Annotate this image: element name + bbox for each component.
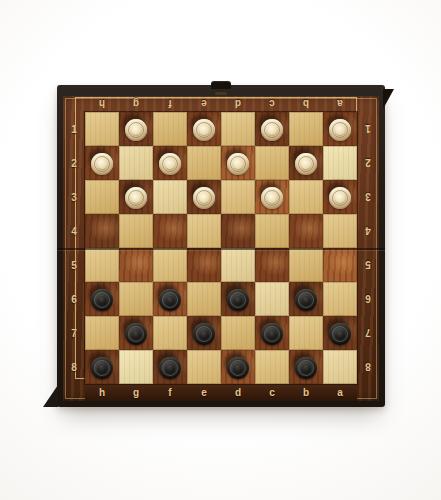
square-a5[interactable]	[323, 248, 357, 282]
square-a4[interactable]	[323, 214, 357, 248]
file-label-bottom-f: f	[153, 384, 187, 401]
rank-label-left-3: 3	[63, 180, 85, 214]
square-d8[interactable]	[221, 350, 255, 384]
file-label-bottom-e: e	[187, 384, 221, 401]
file-label-top-a: a	[323, 96, 357, 112]
black-checker-b8[interactable]	[295, 357, 317, 379]
rank-label-right-5: 5	[357, 248, 379, 282]
white-checker-b2[interactable]	[295, 153, 317, 175]
white-checker-h2[interactable]	[91, 153, 113, 175]
rank-label-left-5: 5	[63, 248, 85, 282]
square-e1[interactable]	[187, 112, 221, 146]
rank-label-right-1: 1	[357, 112, 379, 146]
square-f6[interactable]	[153, 282, 187, 316]
square-e5[interactable]	[187, 248, 221, 282]
rank-label-left-8: 8	[63, 350, 85, 384]
file-label-top-f: f	[153, 96, 187, 112]
rank-label-left-1: 1	[63, 112, 85, 146]
rank-label-left-7: 7	[63, 316, 85, 350]
square-f3[interactable]	[153, 180, 187, 214]
square-a7[interactable]	[323, 316, 357, 350]
square-b7[interactable]	[289, 316, 323, 350]
file-label-bottom-g: g	[119, 384, 153, 401]
file-label-top-b: b	[289, 96, 323, 112]
square-g5[interactable]	[119, 248, 153, 282]
square-g7[interactable]	[119, 316, 153, 350]
square-b2[interactable]	[289, 146, 323, 180]
white-checker-f2[interactable]	[159, 153, 181, 175]
white-checker-d2[interactable]	[227, 153, 249, 175]
white-checker-c3[interactable]	[261, 187, 283, 209]
square-f5[interactable]	[153, 248, 187, 282]
file-label-bottom-d: d	[221, 384, 255, 401]
square-b6[interactable]	[289, 282, 323, 316]
black-checker-d8[interactable]	[227, 357, 249, 379]
black-checker-e7[interactable]	[193, 323, 215, 345]
black-checker-d6[interactable]	[227, 289, 249, 311]
square-e8[interactable]	[187, 350, 221, 384]
square-h1[interactable]	[85, 112, 119, 146]
black-checker-a7[interactable]	[329, 323, 351, 345]
square-d2[interactable]	[221, 146, 255, 180]
rank-labels-right: 12345678	[357, 112, 379, 384]
black-checker-b6[interactable]	[295, 289, 317, 311]
white-checker-a3[interactable]	[329, 187, 351, 209]
square-h5[interactable]	[85, 248, 119, 282]
board-clasp-hinge-icon	[215, 92, 227, 95]
board-clasp	[211, 81, 231, 89]
rank-labels-left: 12345678	[63, 112, 85, 384]
square-f7[interactable]	[153, 316, 187, 350]
square-e2[interactable]	[187, 146, 221, 180]
rank-label-left-6: 6	[63, 282, 85, 316]
black-checker-h8[interactable]	[91, 357, 113, 379]
square-c3[interactable]	[255, 180, 289, 214]
white-checker-c1[interactable]	[261, 119, 283, 141]
square-b5[interactable]	[289, 248, 323, 282]
square-f1[interactable]	[153, 112, 187, 146]
square-c2[interactable]	[255, 146, 289, 180]
square-a3[interactable]	[323, 180, 357, 214]
square-g8[interactable]	[119, 350, 153, 384]
square-c5[interactable]	[255, 248, 289, 282]
square-e4[interactable]	[187, 214, 221, 248]
square-c8[interactable]	[255, 350, 289, 384]
file-label-bottom-c: c	[255, 384, 289, 401]
square-h8[interactable]	[85, 350, 119, 384]
black-checker-h6[interactable]	[91, 289, 113, 311]
file-labels-bottom: hgfedcba	[85, 384, 357, 401]
square-a8[interactable]	[323, 350, 357, 384]
white-checker-e1[interactable]	[193, 119, 215, 141]
square-e6[interactable]	[187, 282, 221, 316]
square-b4[interactable]	[289, 214, 323, 248]
square-f8[interactable]	[153, 350, 187, 384]
file-label-top-e: e	[187, 96, 221, 112]
square-b3[interactable]	[289, 180, 323, 214]
white-checker-e3[interactable]	[193, 187, 215, 209]
board-edge-flap-left	[43, 385, 58, 407]
square-g1[interactable]	[119, 112, 153, 146]
square-d7[interactable]	[221, 316, 255, 350]
square-e3[interactable]	[187, 180, 221, 214]
file-label-top-c: c	[255, 96, 289, 112]
rank-label-right-3: 3	[357, 180, 379, 214]
rank-label-right-4: 4	[357, 214, 379, 248]
rank-label-left-4: 4	[63, 214, 85, 248]
black-checker-f8[interactable]	[159, 357, 181, 379]
square-a2[interactable]	[323, 146, 357, 180]
square-d3[interactable]	[221, 180, 255, 214]
rank-label-right-2: 2	[357, 146, 379, 180]
board-edge-flap-right	[383, 89, 394, 109]
white-checker-g1[interactable]	[125, 119, 147, 141]
black-checker-g7[interactable]	[125, 323, 147, 345]
file-label-bottom-b: b	[289, 384, 323, 401]
square-h4[interactable]	[85, 214, 119, 248]
white-checker-g3[interactable]	[125, 187, 147, 209]
square-h2[interactable]	[85, 146, 119, 180]
product-photo-background: hgfedcba 12345678 12345678 hgfedcba	[0, 0, 441, 500]
square-f2[interactable]	[153, 146, 187, 180]
square-f4[interactable]	[153, 214, 187, 248]
square-g4[interactable]	[119, 214, 153, 248]
square-d1[interactable]	[221, 112, 255, 146]
square-a1[interactable]	[323, 112, 357, 146]
white-checker-a1[interactable]	[329, 119, 351, 141]
square-c6[interactable]	[255, 282, 289, 316]
square-e7[interactable]	[187, 316, 221, 350]
square-h7[interactable]	[85, 316, 119, 350]
square-b1[interactable]	[289, 112, 323, 146]
black-checker-f6[interactable]	[159, 289, 181, 311]
rank-label-right-7: 7	[357, 316, 379, 350]
square-d4[interactable]	[221, 214, 255, 248]
file-label-bottom-h: h	[85, 384, 119, 401]
file-labels-top: hgfedcba	[85, 96, 357, 112]
file-label-top-h: h	[85, 96, 119, 112]
rank-label-left-2: 2	[63, 146, 85, 180]
square-h3[interactable]	[85, 180, 119, 214]
square-a6[interactable]	[323, 282, 357, 316]
file-label-top-d: d	[221, 96, 255, 112]
file-label-top-g: g	[119, 96, 153, 112]
rank-label-right-8: 8	[357, 350, 379, 384]
square-d5[interactable]	[221, 248, 255, 282]
square-b8[interactable]	[289, 350, 323, 384]
square-g6[interactable]	[119, 282, 153, 316]
square-c1[interactable]	[255, 112, 289, 146]
square-c7[interactable]	[255, 316, 289, 350]
black-checker-c7[interactable]	[261, 323, 283, 345]
square-g2[interactable]	[119, 146, 153, 180]
square-c4[interactable]	[255, 214, 289, 248]
square-h6[interactable]	[85, 282, 119, 316]
square-g3[interactable]	[119, 180, 153, 214]
checkers-board: hgfedcba 12345678 12345678 hgfedcba	[57, 85, 385, 407]
board-grid	[85, 112, 357, 384]
rank-label-right-6: 6	[357, 282, 379, 316]
file-label-bottom-a: a	[323, 384, 357, 401]
square-d6[interactable]	[221, 282, 255, 316]
